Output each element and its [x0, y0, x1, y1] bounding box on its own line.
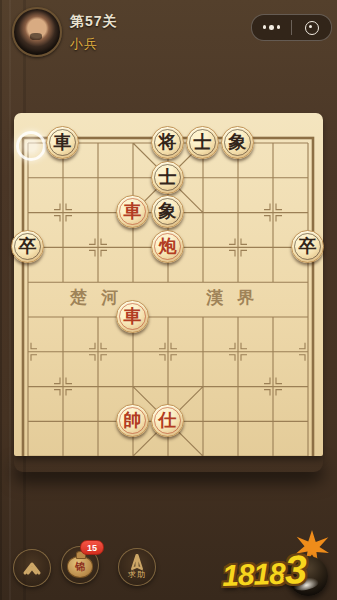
chevron-up-icon — [19, 556, 45, 580]
collapse-menu-button[interactable] — [13, 549, 51, 587]
target-circle-icon — [305, 21, 319, 35]
piece-char: 象 — [229, 133, 247, 151]
piece-char: 士 — [194, 133, 212, 151]
piece-char: 車 — [124, 202, 142, 220]
ask-help-button[interactable]: 求助 — [118, 548, 156, 586]
piece-char: 炮 — [159, 237, 177, 255]
18183-watermark: 18183 — [222, 532, 337, 600]
piece-char: 卒 — [19, 237, 37, 255]
piece-black-elephant[interactable]: 象 — [151, 195, 184, 228]
level-title: 第57关 — [70, 13, 118, 31]
piece-char: 仕 — [159, 411, 177, 429]
piece-grid: 車将士象士車象卒炮卒車帥仕 — [10, 125, 325, 473]
hint-bag-button[interactable]: 锦 15 — [61, 546, 99, 584]
piece-black-chariot[interactable]: 車 — [46, 126, 79, 159]
hint-count-badge: 15 — [80, 540, 104, 555]
help-label: 求助 — [128, 569, 146, 580]
piece-red-advisor[interactable]: 仕 — [151, 404, 184, 437]
logo-text: 18183 — [221, 546, 333, 595]
piece-red-cannon[interactable]: 炮 — [151, 230, 184, 263]
piece-black-soldier[interactable]: 卒 — [291, 230, 324, 263]
piece-black-soldier[interactable]: 卒 — [11, 230, 44, 263]
exit-button[interactable] — [292, 15, 331, 40]
more-options-button[interactable] — [252, 15, 291, 40]
piece-black-general[interactable]: 将 — [151, 126, 184, 159]
piece-char: 卒 — [299, 237, 317, 255]
avatar[interactable] — [12, 7, 62, 57]
piece-red-chariot[interactable]: 車 — [116, 195, 149, 228]
piece-char: 士 — [159, 168, 177, 186]
piece-char: 車 — [124, 307, 142, 325]
piece-black-advisor[interactable]: 士 — [186, 126, 219, 159]
ellipsis-icon — [263, 25, 281, 30]
money-bag-icon: 锦 — [67, 556, 93, 578]
piece-char: 象 — [159, 202, 177, 220]
piece-char: 車 — [54, 133, 72, 151]
wechat-capsule — [251, 14, 332, 41]
piece-char: 帥 — [124, 411, 142, 429]
piece-black-elephant[interactable]: 象 — [221, 126, 254, 159]
piece-red-general[interactable]: 帥 — [116, 404, 149, 437]
piece-char: 将 — [159, 133, 177, 151]
app-screen: 第57关 小兵 楚河 漢界 車将士象士車象卒炮卒車帥仕 锦 15 — [0, 0, 337, 600]
piece-black-advisor[interactable]: 士 — [151, 161, 184, 194]
player-rank-label: 小兵 — [70, 35, 98, 53]
piece-red-chariot[interactable]: 車 — [116, 300, 149, 333]
